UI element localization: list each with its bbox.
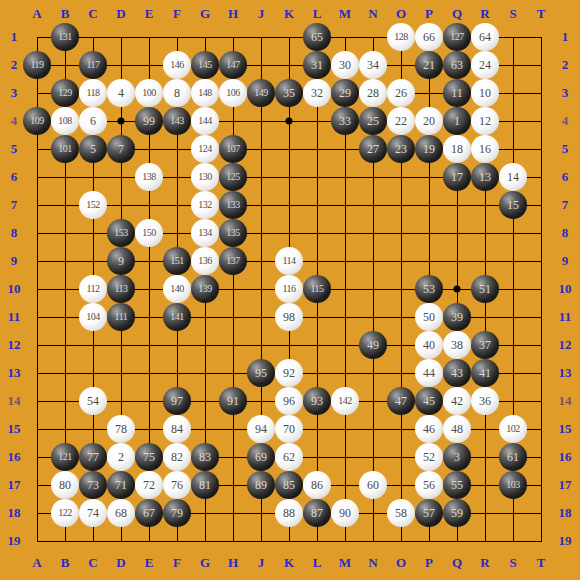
move-number: 61 [507, 451, 519, 463]
stone-L18[interactable]: 87 [303, 499, 331, 527]
row-label-right-14: 14 [559, 393, 572, 409]
stone-B17[interactable]: 80 [51, 471, 79, 499]
move-number: 34 [367, 59, 379, 71]
col-label-bottom-P: P [425, 555, 433, 571]
stone-P12[interactable]: 40 [415, 331, 443, 359]
stone-B1[interactable]: 131 [51, 23, 79, 51]
stone-P10[interactable]: 53 [415, 275, 443, 303]
stone-J3[interactable]: 149 [247, 79, 275, 107]
grid-cell [289, 121, 317, 149]
move-number: 27 [367, 143, 379, 155]
stone-S15[interactable]: 102 [499, 415, 527, 443]
stone-P5[interactable]: 19 [415, 135, 443, 163]
grid-cell [37, 205, 65, 233]
col-label-bottom-M: M [339, 555, 351, 571]
stone-G8[interactable]: 134 [191, 219, 219, 247]
grid-cell [317, 429, 345, 457]
move-number: 6 [90, 115, 96, 127]
stone-M2[interactable]: 30 [331, 51, 359, 79]
move-number: 93 [311, 395, 323, 407]
move-number: 117 [86, 60, 99, 70]
grid-cell [261, 149, 289, 177]
stone-C18[interactable]: 74 [79, 499, 107, 527]
stone-Q17[interactable]: 55 [443, 471, 471, 499]
grid-cell [485, 513, 513, 541]
stone-S17[interactable]: 103 [499, 471, 527, 499]
move-number: 74 [87, 507, 99, 519]
move-number: 47 [395, 395, 407, 407]
stone-K13[interactable]: 92 [275, 359, 303, 387]
move-number: 112 [86, 284, 99, 294]
stone-A4[interactable]: 109 [23, 107, 51, 135]
stone-M18[interactable]: 90 [331, 499, 359, 527]
stone-M4[interactable]: 33 [331, 107, 359, 135]
grid-cell [149, 345, 177, 373]
move-number: 111 [115, 312, 128, 322]
stone-F9[interactable]: 151 [163, 247, 191, 275]
stone-Q11[interactable]: 39 [443, 303, 471, 331]
stone-D5[interactable]: 7 [107, 135, 135, 163]
stone-R4[interactable]: 12 [471, 107, 499, 135]
stone-R12[interactable]: 37 [471, 331, 499, 359]
stone-O14[interactable]: 47 [387, 387, 415, 415]
grid-cell [513, 345, 541, 373]
grid-cell [345, 261, 373, 289]
stone-N5[interactable]: 27 [359, 135, 387, 163]
move-number: 146 [170, 60, 184, 70]
stone-Q1[interactable]: 127 [443, 23, 471, 51]
stone-P1[interactable]: 66 [415, 23, 443, 51]
row-label-left-8: 8 [11, 225, 18, 241]
grid-cell [121, 37, 149, 65]
stone-L17[interactable]: 86 [303, 471, 331, 499]
stone-L2[interactable]: 31 [303, 51, 331, 79]
row-label-right-1: 1 [562, 29, 569, 45]
stone-C14[interactable]: 54 [79, 387, 107, 415]
col-label-bottom-G: G [200, 555, 210, 571]
stone-H8[interactable]: 135 [219, 219, 247, 247]
stone-D3[interactable]: 4 [107, 79, 135, 107]
stone-G6[interactable]: 130 [191, 163, 219, 191]
grid-cell [401, 177, 429, 205]
grid-cell [345, 233, 373, 261]
stone-E8[interactable]: 150 [135, 219, 163, 247]
grid-cell [401, 233, 429, 261]
move-number: 72 [143, 479, 155, 491]
grid-cell [233, 317, 261, 345]
move-number: 149 [254, 88, 268, 98]
stone-J13[interactable]: 95 [247, 359, 275, 387]
stone-F10[interactable]: 140 [163, 275, 191, 303]
stone-E18[interactable]: 67 [135, 499, 163, 527]
stone-L10[interactable]: 115 [303, 275, 331, 303]
row-label-right-19: 19 [559, 533, 572, 549]
stone-O5[interactable]: 23 [387, 135, 415, 163]
col-label-bottom-B: B [61, 555, 70, 571]
move-number: 96 [283, 395, 295, 407]
move-number: 86 [311, 479, 323, 491]
stone-G10[interactable]: 139 [191, 275, 219, 303]
move-number: 82 [171, 451, 183, 463]
stone-J16[interactable]: 69 [247, 443, 275, 471]
grid-cell [37, 261, 65, 289]
col-label-top-H: H [228, 6, 238, 22]
move-number: 13 [479, 171, 491, 183]
move-number: 10 [479, 87, 491, 99]
stone-H2[interactable]: 147 [219, 51, 247, 79]
move-number: 103 [506, 480, 520, 490]
stone-N12[interactable]: 49 [359, 331, 387, 359]
stone-S16[interactable]: 61 [499, 443, 527, 471]
stone-G4[interactable]: 144 [191, 107, 219, 135]
grid-cell [317, 149, 345, 177]
stone-O3[interactable]: 26 [387, 79, 415, 107]
move-number: 140 [170, 284, 184, 294]
move-number: 56 [423, 479, 435, 491]
col-label-bottom-O: O [396, 555, 406, 571]
stone-D11[interactable]: 111 [107, 303, 135, 331]
stone-F17[interactable]: 76 [163, 471, 191, 499]
move-number: 90 [339, 507, 351, 519]
stone-H9[interactable]: 137 [219, 247, 247, 275]
stone-Q6[interactable]: 17 [443, 163, 471, 191]
move-number: 125 [226, 172, 240, 182]
move-number: 107 [226, 144, 240, 154]
move-number: 67 [143, 507, 155, 519]
stone-D9[interactable]: 9 [107, 247, 135, 275]
stone-R5[interactable]: 16 [471, 135, 499, 163]
stone-Q14[interactable]: 42 [443, 387, 471, 415]
move-number: 41 [479, 367, 491, 379]
stone-P13[interactable]: 44 [415, 359, 443, 387]
grid-cell [373, 177, 401, 205]
grid-cell [513, 261, 541, 289]
move-number: 55 [451, 479, 463, 491]
grid-cell [289, 177, 317, 205]
stone-Q18[interactable]: 59 [443, 499, 471, 527]
stone-K3[interactable]: 35 [275, 79, 303, 107]
move-number: 128 [394, 32, 408, 42]
stone-Q12[interactable]: 38 [443, 331, 471, 359]
stone-D16[interactable]: 2 [107, 443, 135, 471]
grid-cell [37, 177, 65, 205]
stone-K16[interactable]: 62 [275, 443, 303, 471]
move-number: 32 [311, 87, 323, 99]
stone-G9[interactable]: 136 [191, 247, 219, 275]
move-number: 26 [395, 87, 407, 99]
move-number: 62 [283, 451, 295, 463]
col-label-bottom-N: N [368, 555, 377, 571]
move-number: 77 [87, 451, 99, 463]
move-number: 138 [142, 172, 156, 182]
grid-cell [317, 205, 345, 233]
stone-Q3[interactable]: 11 [443, 79, 471, 107]
stone-F2[interactable]: 146 [163, 51, 191, 79]
stone-N3[interactable]: 28 [359, 79, 387, 107]
move-number: 75 [143, 451, 155, 463]
move-number: 145 [198, 60, 212, 70]
col-label-top-S: S [509, 6, 516, 22]
stone-E6[interactable]: 138 [135, 163, 163, 191]
col-label-bottom-J: J [258, 555, 265, 571]
stone-C4[interactable]: 6 [79, 107, 107, 135]
move-number: 68 [115, 507, 127, 519]
stone-J15[interactable]: 94 [247, 415, 275, 443]
stone-D10[interactable]: 113 [107, 275, 135, 303]
stone-E16[interactable]: 75 [135, 443, 163, 471]
move-number: 88 [283, 507, 295, 519]
grid-cell [317, 345, 345, 373]
grid-cell [345, 289, 373, 317]
move-number: 5 [90, 143, 96, 155]
move-number: 100 [142, 88, 156, 98]
stone-R14[interactable]: 36 [471, 387, 499, 415]
stone-H3[interactable]: 106 [219, 79, 247, 107]
stone-P15[interactable]: 46 [415, 415, 443, 443]
stone-P2[interactable]: 21 [415, 51, 443, 79]
move-number: 127 [450, 32, 464, 42]
move-number: 35 [283, 87, 295, 99]
stone-B4[interactable]: 108 [51, 107, 79, 135]
move-number: 17 [451, 171, 463, 183]
row-label-right-8: 8 [562, 225, 569, 241]
move-number: 38 [451, 339, 463, 351]
row-label-right-7: 7 [562, 197, 569, 213]
stone-Q5[interactable]: 18 [443, 135, 471, 163]
stone-K18[interactable]: 88 [275, 499, 303, 527]
stone-Q16[interactable]: 3 [443, 443, 471, 471]
stone-H6[interactable]: 125 [219, 163, 247, 191]
move-number: 147 [226, 60, 240, 70]
stone-K14[interactable]: 96 [275, 387, 303, 415]
row-label-right-3: 3 [562, 85, 569, 101]
stone-B16[interactable]: 121 [51, 443, 79, 471]
grid-cell [37, 233, 65, 261]
move-number: 113 [114, 284, 127, 294]
move-number: 134 [198, 228, 212, 238]
stone-F14[interactable]: 97 [163, 387, 191, 415]
stone-P17[interactable]: 56 [415, 471, 443, 499]
row-label-right-15: 15 [559, 421, 572, 437]
stone-B3[interactable]: 129 [51, 79, 79, 107]
move-number: 109 [30, 116, 44, 126]
move-number: 97 [171, 395, 183, 407]
stone-L14[interactable]: 93 [303, 387, 331, 415]
grid-cell [513, 289, 541, 317]
stone-C5[interactable]: 5 [79, 135, 107, 163]
row-label-left-13: 13 [8, 365, 21, 381]
stone-C2[interactable]: 117 [79, 51, 107, 79]
go-board[interactable]: AABBCCDDEEFFGGHHJJKKLLMMNNOOPPQQRRSSTT11… [0, 0, 580, 580]
stone-D17[interactable]: 71 [107, 471, 135, 499]
stone-H5[interactable]: 107 [219, 135, 247, 163]
stone-J17[interactable]: 89 [247, 471, 275, 499]
stone-P16[interactable]: 52 [415, 443, 443, 471]
row-label-right-2: 2 [562, 57, 569, 73]
move-number: 44 [423, 367, 435, 379]
stone-H14[interactable]: 91 [219, 387, 247, 415]
stone-L3[interactable]: 32 [303, 79, 331, 107]
move-number: 8 [174, 87, 180, 99]
stone-N4[interactable]: 25 [359, 107, 387, 135]
stone-S6[interactable]: 14 [499, 163, 527, 191]
row-label-left-19: 19 [8, 533, 21, 549]
stone-B18[interactable]: 122 [51, 499, 79, 527]
col-label-bottom-K: K [284, 555, 294, 571]
col-label-bottom-S: S [509, 555, 516, 571]
move-number: 7 [118, 143, 124, 155]
move-number: 122 [58, 508, 72, 518]
grid-cell [513, 37, 541, 65]
stone-P11[interactable]: 50 [415, 303, 443, 331]
grid-cell [233, 289, 261, 317]
stone-Q4[interactable]: 1 [443, 107, 471, 135]
stone-S7[interactable]: 15 [499, 191, 527, 219]
stone-N2[interactable]: 34 [359, 51, 387, 79]
col-label-bottom-T: T [537, 555, 546, 571]
move-number: 85 [283, 479, 295, 491]
stone-G2[interactable]: 145 [191, 51, 219, 79]
move-number: 22 [395, 115, 407, 127]
stone-L1[interactable]: 65 [303, 23, 331, 51]
stone-D8[interactable]: 153 [107, 219, 135, 247]
stone-C16[interactable]: 77 [79, 443, 107, 471]
stone-P14[interactable]: 45 [415, 387, 443, 415]
stone-K17[interactable]: 85 [275, 471, 303, 499]
row-label-right-6: 6 [562, 169, 569, 185]
stone-G16[interactable]: 83 [191, 443, 219, 471]
grid-cell [317, 317, 345, 345]
move-number: 18 [451, 143, 463, 155]
stone-Q2[interactable]: 63 [443, 51, 471, 79]
move-number: 130 [198, 172, 212, 182]
stone-N17[interactable]: 60 [359, 471, 387, 499]
stone-M3[interactable]: 29 [331, 79, 359, 107]
stone-C10[interactable]: 112 [79, 275, 107, 303]
stone-K9[interactable]: 114 [275, 247, 303, 275]
stone-G5[interactable]: 124 [191, 135, 219, 163]
col-label-top-K: K [284, 6, 294, 22]
stone-C3[interactable]: 118 [79, 79, 107, 107]
move-number: 49 [367, 339, 379, 351]
stone-O18[interactable]: 58 [387, 499, 415, 527]
stone-F3[interactable]: 8 [163, 79, 191, 107]
move-number: 2 [118, 451, 124, 463]
grid-cell [317, 177, 345, 205]
grid-cell [429, 205, 457, 233]
stone-R2[interactable]: 24 [471, 51, 499, 79]
grid-cell [121, 345, 149, 373]
stone-O4[interactable]: 22 [387, 107, 415, 135]
move-number: 66 [423, 31, 435, 43]
stone-R13[interactable]: 41 [471, 359, 499, 387]
grid-cell [345, 205, 373, 233]
move-number: 136 [198, 256, 212, 266]
stone-G7[interactable]: 132 [191, 191, 219, 219]
col-label-top-L: L [313, 6, 322, 22]
move-number: 142 [338, 396, 352, 406]
move-number: 39 [451, 311, 463, 323]
stone-D15[interactable]: 78 [107, 415, 135, 443]
col-label-bottom-C: C [88, 555, 97, 571]
stone-F16[interactable]: 82 [163, 443, 191, 471]
stone-R10[interactable]: 51 [471, 275, 499, 303]
stone-P18[interactable]: 57 [415, 499, 443, 527]
grid-cell [177, 345, 205, 373]
stone-F18[interactable]: 79 [163, 499, 191, 527]
grid-cell [485, 233, 513, 261]
move-number: 118 [86, 88, 99, 98]
grid-cell [261, 37, 289, 65]
star-point-Q10 [454, 286, 461, 293]
move-number: 137 [226, 256, 240, 266]
move-number: 52 [423, 451, 435, 463]
row-label-right-13: 13 [559, 365, 572, 381]
stone-K11[interactable]: 98 [275, 303, 303, 331]
stone-A2[interactable]: 119 [23, 51, 51, 79]
stone-R6[interactable]: 13 [471, 163, 499, 191]
move-number: 84 [171, 423, 183, 435]
move-number: 91 [227, 395, 239, 407]
stone-C11[interactable]: 104 [79, 303, 107, 331]
star-point-K4 [286, 118, 293, 125]
stone-G17[interactable]: 81 [191, 471, 219, 499]
stone-D18[interactable]: 68 [107, 499, 135, 527]
col-label-top-T: T [537, 6, 546, 22]
stone-Q13[interactable]: 43 [443, 359, 471, 387]
row-label-right-4: 4 [562, 113, 569, 129]
move-number: 40 [423, 339, 435, 351]
stone-E17[interactable]: 72 [135, 471, 163, 499]
grid-cell [261, 121, 289, 149]
stone-K10[interactable]: 116 [275, 275, 303, 303]
stone-O1[interactable]: 128 [387, 23, 415, 51]
move-number: 115 [310, 284, 323, 294]
stone-C7[interactable]: 152 [79, 191, 107, 219]
grid-cell [345, 429, 373, 457]
grid-cell [205, 513, 233, 541]
move-number: 94 [255, 423, 267, 435]
col-label-bottom-E: E [145, 555, 154, 571]
move-number: 30 [339, 59, 351, 71]
move-number: 144 [198, 116, 212, 126]
move-number: 45 [423, 395, 435, 407]
stone-E3[interactable]: 100 [135, 79, 163, 107]
stone-G3[interactable]: 148 [191, 79, 219, 107]
stone-F15[interactable]: 84 [163, 415, 191, 443]
stone-K15[interactable]: 70 [275, 415, 303, 443]
stone-P4[interactable]: 20 [415, 107, 443, 135]
stone-R1[interactable]: 64 [471, 23, 499, 51]
stone-E4[interactable]: 99 [135, 107, 163, 135]
stone-F11[interactable]: 141 [163, 303, 191, 331]
move-number: 20 [423, 115, 435, 127]
grid-cell [261, 205, 289, 233]
stone-R3[interactable]: 10 [471, 79, 499, 107]
grid-cell [37, 373, 65, 401]
move-number: 153 [114, 228, 128, 238]
col-label-bottom-D: D [116, 555, 125, 571]
stone-C17[interactable]: 73 [79, 471, 107, 499]
stone-M14[interactable]: 142 [331, 387, 359, 415]
stone-F4[interactable]: 143 [163, 107, 191, 135]
stone-H7[interactable]: 133 [219, 191, 247, 219]
stone-Q15[interactable]: 48 [443, 415, 471, 443]
grid-cell [513, 121, 541, 149]
stone-B5[interactable]: 101 [51, 135, 79, 163]
move-number: 104 [86, 312, 100, 322]
row-label-left-2: 2 [11, 57, 18, 73]
